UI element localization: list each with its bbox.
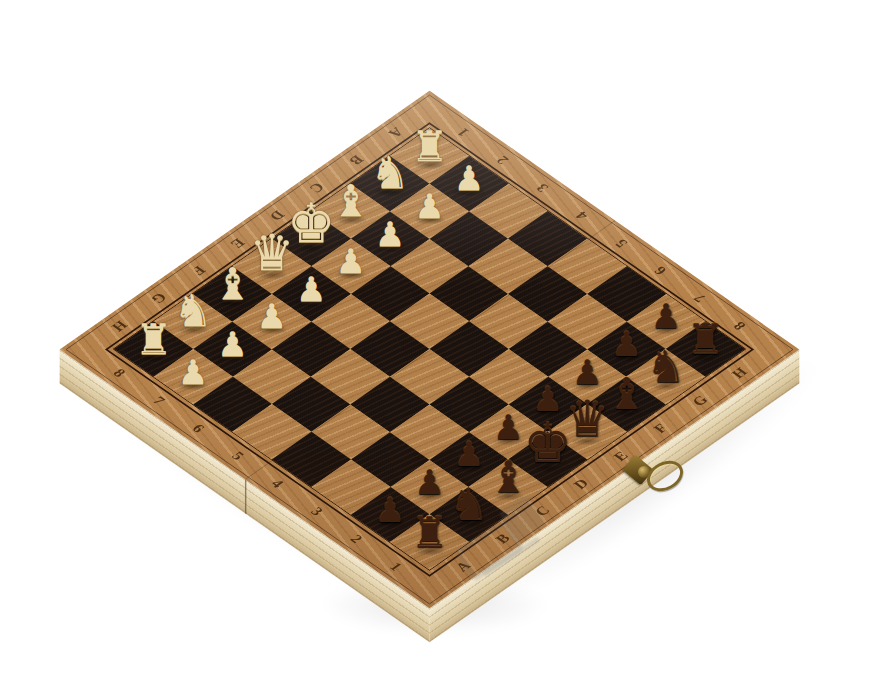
playing-area-outer-border	[105, 122, 754, 576]
product-photo-stage: ABCDEFGH 12345678 HGFEDCBA 87654321 ♜♟♟♜…	[0, 0, 885, 698]
board-frame: ABCDEFGH 12345678 HGFEDCBA 87654321	[60, 91, 800, 609]
brass-clasp-latch	[618, 452, 688, 504]
chess-board: ABCDEFGH 12345678 HGFEDCBA 87654321	[60, 91, 800, 609]
playing-area-inner-border	[113, 127, 747, 570]
clasp-bail-icon	[642, 455, 689, 498]
